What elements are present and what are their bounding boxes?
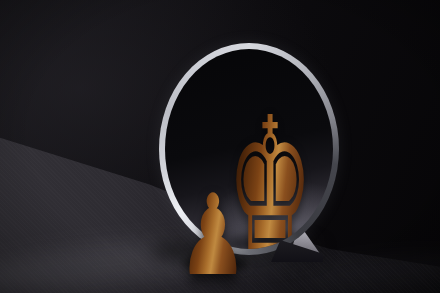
chess-mirror-photo: ♚ ♟ (0, 0, 440, 293)
pawn-piece: ♟ (178, 179, 248, 291)
